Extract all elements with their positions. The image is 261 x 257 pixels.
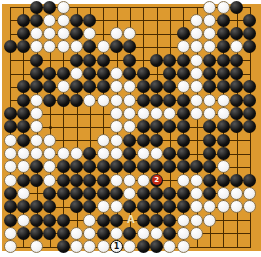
black-stone	[57, 227, 70, 240]
black-stone	[70, 160, 83, 173]
empty-intersection[interactable]	[230, 134, 243, 147]
black-stone	[83, 187, 96, 200]
empty-intersection[interactable]	[4, 27, 17, 40]
white-stone	[137, 107, 150, 120]
black-stone	[203, 187, 216, 200]
white-stone	[30, 27, 43, 40]
white-stone	[83, 214, 96, 227]
empty-intersection[interactable]	[4, 80, 17, 93]
black-stone	[177, 54, 190, 67]
empty-intersection[interactable]	[230, 160, 243, 173]
empty-intersection[interactable]	[243, 54, 256, 67]
black-stone	[17, 14, 30, 27]
white-stone	[177, 240, 190, 253]
white-stone	[43, 27, 56, 40]
black-stone	[137, 200, 150, 213]
empty-intersection[interactable]	[30, 187, 43, 200]
black-stone	[243, 120, 256, 133]
empty-intersection[interactable]	[150, 67, 163, 80]
empty-intersection[interactable]	[43, 120, 56, 133]
black-stone	[190, 160, 203, 173]
black-stone	[4, 120, 17, 133]
empty-intersection[interactable]	[203, 227, 216, 240]
empty-intersection[interactable]	[83, 134, 96, 147]
white-stone	[137, 227, 150, 240]
black-stone	[43, 200, 56, 213]
white-stone	[4, 227, 17, 240]
black-stone	[163, 214, 176, 227]
black-stone	[163, 80, 176, 93]
white-stone	[83, 94, 96, 107]
black-stone	[57, 94, 70, 107]
empty-intersection[interactable]	[110, 54, 123, 67]
black-stone	[230, 120, 243, 133]
black-stone	[30, 54, 43, 67]
white-stone	[110, 80, 123, 93]
white-stone	[97, 134, 110, 147]
black-stone	[123, 134, 136, 147]
white-stone	[190, 94, 203, 107]
black-stone	[137, 187, 150, 200]
empty-intersection[interactable]	[150, 14, 163, 27]
black-stone	[17, 107, 30, 120]
black-stone	[97, 174, 110, 187]
black-stone	[17, 80, 30, 93]
black-stone	[203, 134, 216, 147]
white-stone	[83, 27, 96, 40]
white-stone	[57, 14, 70, 27]
label-A: A	[127, 215, 135, 225]
empty-intersection[interactable]	[217, 214, 230, 227]
black-stone	[177, 187, 190, 200]
black-stone	[203, 54, 216, 67]
white-stone	[110, 94, 123, 107]
black-stone	[163, 227, 176, 240]
black-stone	[43, 67, 56, 80]
white-stone	[4, 174, 17, 187]
white-stone	[230, 200, 243, 213]
empty-intersection[interactable]	[137, 54, 150, 67]
empty-intersection[interactable]	[57, 120, 70, 133]
empty-intersection[interactable]	[83, 120, 96, 133]
empty-intersection[interactable]	[177, 1, 190, 14]
empty-intersection[interactable]	[243, 160, 256, 173]
black-stone	[83, 147, 96, 160]
white-stone	[217, 1, 230, 14]
empty-intersection[interactable]	[190, 240, 203, 253]
black-stone	[83, 80, 96, 93]
empty-intersection[interactable]	[97, 27, 110, 40]
white-stone	[83, 227, 96, 240]
white-stone	[70, 40, 83, 53]
empty-intersection[interactable]	[150, 27, 163, 40]
white-stone	[203, 214, 216, 227]
empty-intersection[interactable]	[163, 40, 176, 53]
empty-intersection[interactable]	[190, 120, 203, 133]
white-stone	[30, 147, 43, 160]
white-stone-move-1: 1	[110, 240, 123, 253]
empty-intersection[interactable]	[123, 14, 136, 27]
white-stone	[203, 1, 216, 14]
black-stone	[123, 54, 136, 67]
black-stone	[137, 134, 150, 147]
white-stone	[123, 27, 136, 40]
white-stone	[70, 147, 83, 160]
white-stone	[30, 94, 43, 107]
white-stone	[123, 94, 136, 107]
black-stone	[4, 200, 17, 213]
black-stone	[17, 134, 30, 147]
black-stone	[43, 94, 56, 107]
black-stone	[30, 214, 43, 227]
black-stone	[43, 214, 56, 227]
black-stone	[30, 14, 43, 27]
black-stone	[97, 160, 110, 173]
empty-intersection[interactable]	[190, 134, 203, 147]
empty-intersection[interactable]	[150, 1, 163, 14]
black-stone	[70, 54, 83, 67]
white-stone	[43, 174, 56, 187]
black-stone	[177, 160, 190, 173]
black-stone	[203, 174, 216, 187]
white-stone	[123, 240, 136, 253]
empty-intersection[interactable]	[43, 54, 56, 67]
empty-intersection[interactable]	[4, 94, 17, 107]
black-stone	[43, 187, 56, 200]
white-stone	[230, 40, 243, 53]
empty-intersection[interactable]	[163, 1, 176, 14]
black-stone	[123, 147, 136, 160]
empty-intersection[interactable]	[243, 1, 256, 14]
empty-intersection[interactable]	[70, 214, 83, 227]
go-board: 2A1	[2, 4, 261, 251]
white-stone	[30, 134, 43, 147]
empty-intersection[interactable]	[110, 1, 123, 14]
empty-intersection[interactable]	[177, 14, 190, 27]
white-stone	[190, 80, 203, 93]
black-stone	[217, 14, 230, 27]
black-stone	[17, 174, 30, 187]
black-stone	[217, 120, 230, 133]
white-stone	[17, 147, 30, 160]
black-stone	[70, 200, 83, 213]
black-stone	[177, 147, 190, 160]
white-stone	[163, 240, 176, 253]
empty-intersection[interactable]	[97, 14, 110, 27]
empty-intersection[interactable]	[70, 120, 83, 133]
empty-intersection[interactable]	[243, 134, 256, 147]
black-stone	[230, 54, 243, 67]
empty-intersection[interactable]	[163, 14, 176, 27]
white-stone	[217, 187, 230, 200]
black-stone	[4, 214, 17, 227]
empty-intersection[interactable]	[137, 40, 150, 53]
empty-intersection[interactable]	[17, 1, 30, 14]
black-stone	[110, 187, 123, 200]
white-stone	[17, 214, 30, 227]
empty-intersection[interactable]	[163, 174, 176, 187]
empty-intersection[interactable]	[123, 1, 136, 14]
empty-intersection[interactable]	[230, 240, 243, 253]
black-stone	[217, 147, 230, 160]
black-stone	[230, 94, 243, 107]
black-stone	[83, 160, 96, 173]
black-stone	[137, 160, 150, 173]
black-stone	[30, 1, 43, 14]
black-stone	[243, 27, 256, 40]
black-stone	[243, 174, 256, 187]
black-stone	[163, 200, 176, 213]
black-stone	[17, 40, 30, 53]
black-stone	[57, 214, 70, 227]
empty-intersection[interactable]	[217, 227, 230, 240]
black-stone	[83, 67, 96, 80]
black-stone	[203, 80, 216, 93]
empty-intersection[interactable]	[43, 240, 56, 253]
black-stone	[57, 160, 70, 173]
white-stone	[83, 240, 96, 253]
black-stone	[217, 67, 230, 80]
black-stone	[203, 67, 216, 80]
black-stone	[163, 147, 176, 160]
black-stone	[177, 94, 190, 107]
black-stone	[137, 120, 150, 133]
empty-intersection[interactable]	[57, 107, 70, 120]
black-stone	[30, 160, 43, 173]
white-stone	[203, 27, 216, 40]
empty-intersection[interactable]	[4, 14, 17, 27]
empty-intersection[interactable]	[190, 1, 203, 14]
white-stone	[203, 40, 216, 53]
black-stone	[30, 67, 43, 80]
black-stone	[150, 160, 163, 173]
white-stone	[150, 107, 163, 120]
black-stone	[203, 147, 216, 160]
empty-intersection[interactable]	[57, 54, 70, 67]
black-stone	[230, 80, 243, 93]
empty-intersection[interactable]	[150, 40, 163, 53]
white-stone	[97, 240, 110, 253]
white-stone	[97, 40, 110, 53]
white-stone	[190, 14, 203, 27]
black-stone	[57, 174, 70, 187]
white-stone	[123, 120, 136, 133]
black-stone	[30, 200, 43, 213]
empty-intersection[interactable]	[57, 134, 70, 147]
empty-intersection[interactable]	[83, 107, 96, 120]
white-stone	[17, 187, 30, 200]
white-stone	[123, 80, 136, 93]
white-stone	[110, 134, 123, 147]
empty-intersection[interactable]	[243, 214, 256, 227]
white-stone	[190, 214, 203, 227]
empty-intersection[interactable]	[97, 120, 110, 133]
white-stone	[57, 1, 70, 14]
black-stone	[70, 27, 83, 40]
black-stone	[70, 80, 83, 93]
empty-intersection[interactable]	[4, 54, 17, 67]
empty-intersection[interactable]	[230, 14, 243, 27]
empty-intersection[interactable]	[137, 14, 150, 27]
black-stone	[217, 174, 230, 187]
white-stone	[97, 147, 110, 160]
black-stone	[163, 54, 176, 67]
empty-intersection[interactable]	[57, 200, 70, 213]
white-stone	[190, 27, 203, 40]
white-stone	[110, 200, 123, 213]
black-stone	[97, 227, 110, 240]
black-stone	[30, 174, 43, 187]
black-stone	[83, 14, 96, 27]
black-stone	[70, 174, 83, 187]
black-stone	[123, 40, 136, 53]
white-stone	[123, 187, 136, 200]
white-stone	[43, 40, 56, 53]
black-stone	[243, 40, 256, 53]
black-stone	[4, 187, 17, 200]
white-stone	[230, 187, 243, 200]
white-stone	[203, 107, 216, 120]
empty-intersection[interactable]	[97, 1, 110, 14]
black-stone	[137, 240, 150, 253]
white-stone	[177, 227, 190, 240]
black-stone	[17, 200, 30, 213]
black-stone	[150, 80, 163, 93]
empty-intersection[interactable]	[83, 1, 96, 14]
black-stone	[43, 1, 56, 14]
empty-intersection[interactable]	[243, 227, 256, 240]
black-stone	[177, 134, 190, 147]
white-stone	[217, 200, 230, 213]
white-stone	[97, 200, 110, 213]
black-stone	[177, 67, 190, 80]
white-stone	[190, 67, 203, 80]
white-stone	[70, 240, 83, 253]
black-stone	[177, 27, 190, 40]
black-stone	[243, 94, 256, 107]
black-stone	[177, 107, 190, 120]
empty-intersection[interactable]	[243, 147, 256, 160]
white-stone	[110, 227, 123, 240]
empty-intersection[interactable]	[70, 107, 83, 120]
black-stone	[217, 54, 230, 67]
empty-intersection[interactable]	[137, 27, 150, 40]
white-stone	[57, 147, 70, 160]
white-stone	[97, 94, 110, 107]
black-stone	[97, 214, 110, 227]
white-stone	[190, 187, 203, 200]
white-stone	[110, 67, 123, 80]
black-stone	[150, 120, 163, 133]
white-stone	[110, 174, 123, 187]
white-stone	[163, 107, 176, 120]
white-stone	[177, 174, 190, 187]
white-stone	[137, 147, 150, 160]
black-stone	[43, 227, 56, 240]
empty-intersection[interactable]	[17, 240, 30, 253]
black-stone	[243, 14, 256, 27]
empty-intersection[interactable]	[70, 134, 83, 147]
empty-intersection[interactable]	[230, 227, 243, 240]
white-stone	[70, 67, 83, 80]
black-stone	[163, 160, 176, 173]
black-stone	[110, 160, 123, 173]
empty-intersection[interactable]	[110, 14, 123, 27]
white-stone	[70, 227, 83, 240]
black-stone	[230, 67, 243, 80]
white-stone	[4, 147, 17, 160]
white-stone	[30, 107, 43, 120]
black-stone	[217, 80, 230, 93]
empty-intersection[interactable]	[230, 147, 243, 160]
empty-intersection[interactable]	[97, 107, 110, 120]
black-stone	[17, 120, 30, 133]
empty-intersection[interactable]	[4, 67, 17, 80]
black-stone	[97, 80, 110, 93]
white-stone	[17, 160, 30, 173]
empty-intersection[interactable]	[230, 214, 243, 227]
empty-intersection[interactable]	[43, 107, 56, 120]
black-stone	[17, 94, 30, 107]
white-stone	[4, 134, 17, 147]
black-stone	[203, 120, 216, 133]
black-stone	[97, 54, 110, 67]
black-stone	[43, 80, 56, 93]
black-stone	[243, 107, 256, 120]
empty-intersection[interactable]	[70, 1, 83, 14]
white-stone	[203, 94, 216, 107]
black-stone	[97, 187, 110, 200]
black-stone	[203, 160, 216, 173]
white-stone	[123, 107, 136, 120]
black-stone	[110, 214, 123, 227]
empty-intersection[interactable]	[190, 147, 203, 160]
black-stone	[4, 107, 17, 120]
black-stone	[163, 187, 176, 200]
white-stone	[57, 27, 70, 40]
white-stone	[123, 174, 136, 187]
white-stone	[57, 40, 70, 53]
black-stone	[110, 40, 123, 53]
black-stone	[230, 1, 243, 14]
empty-intersection[interactable]	[217, 240, 230, 253]
empty-intersection[interactable]	[243, 240, 256, 253]
empty-intersection[interactable]	[163, 134, 176, 147]
empty-intersection[interactable]	[203, 240, 216, 253]
black-stone	[230, 27, 243, 40]
white-stone	[190, 200, 203, 213]
black-stone	[83, 174, 96, 187]
black-stone	[83, 54, 96, 67]
black-stone	[150, 240, 163, 253]
black-stone	[70, 94, 83, 107]
black-stone	[163, 67, 176, 80]
empty-intersection[interactable]	[163, 27, 176, 40]
empty-intersection[interactable]	[137, 1, 150, 14]
white-stone	[203, 14, 216, 27]
white-stone	[217, 160, 230, 173]
empty-intersection[interactable]	[17, 67, 30, 80]
white-stone	[203, 200, 216, 213]
black-stone	[163, 120, 176, 133]
black-stone	[57, 240, 70, 253]
black-stone	[137, 67, 150, 80]
empty-intersection[interactable]	[243, 67, 256, 80]
black-stone-move-2: 2	[150, 174, 163, 187]
empty-intersection[interactable]	[17, 54, 30, 67]
white-stone	[190, 40, 203, 53]
empty-intersection[interactable]	[4, 1, 17, 14]
